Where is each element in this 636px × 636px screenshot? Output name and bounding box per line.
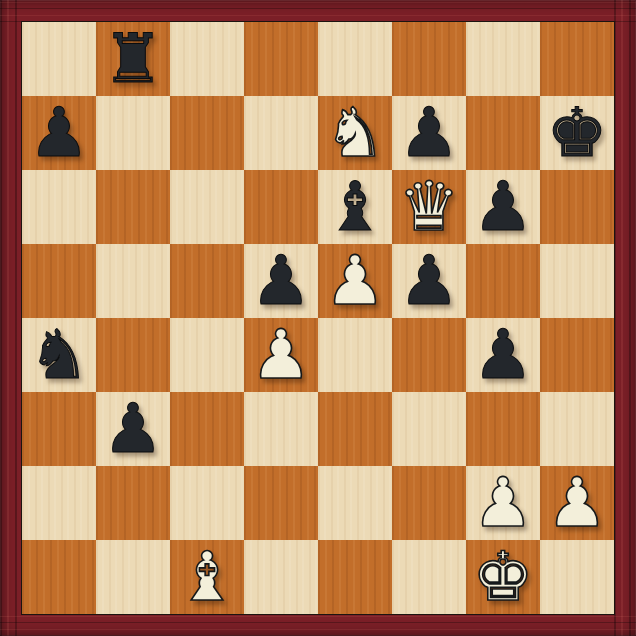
square-a1[interactable] [22,540,96,614]
square-a5[interactable] [22,244,96,318]
square-e8[interactable] [318,22,392,96]
piece-black-bishop[interactable]: ♝ [318,170,392,244]
square-e1[interactable] [318,540,392,614]
frame-top-edge [0,0,636,22]
piece-white-pawn[interactable]: ♟ [540,466,614,540]
square-c3[interactable] [170,392,244,466]
square-f7[interactable]: ♟ [392,96,466,170]
piece-white-knight[interactable]: ♞ [318,96,392,170]
square-c2[interactable] [170,466,244,540]
piece-black-pawn[interactable]: ♟ [466,170,540,244]
piece-white-queen[interactable]: ♛ [392,170,466,244]
square-b4[interactable] [96,318,170,392]
piece-white-pawn[interactable]: ♟ [466,466,540,540]
square-d5[interactable]: ♟ [244,244,318,318]
frame-left-edge [0,0,22,636]
square-b5[interactable] [96,244,170,318]
square-g8[interactable] [466,22,540,96]
square-h8[interactable] [540,22,614,96]
piece-black-rook[interactable]: ♜ [96,22,170,96]
square-h1[interactable] [540,540,614,614]
chess-board: ♜♟♞♟♚♝♛♟♟♟♟♞♟♟♟♟♟♝♚ [21,21,615,615]
square-h4[interactable] [540,318,614,392]
frame-right-edge [614,0,636,636]
square-a3[interactable] [22,392,96,466]
square-f1[interactable] [392,540,466,614]
square-h2[interactable]: ♟ [540,466,614,540]
square-g4[interactable]: ♟ [466,318,540,392]
piece-black-knight[interactable]: ♞ [22,318,96,392]
piece-white-pawn[interactable]: ♟ [318,244,392,318]
square-e6[interactable]: ♝ [318,170,392,244]
square-c6[interactable] [170,170,244,244]
square-a2[interactable] [22,466,96,540]
square-f8[interactable] [392,22,466,96]
square-b2[interactable] [96,466,170,540]
square-f2[interactable] [392,466,466,540]
frame-bottom-edge [0,614,636,636]
square-h6[interactable] [540,170,614,244]
square-d4[interactable]: ♟ [244,318,318,392]
square-e2[interactable] [318,466,392,540]
square-d7[interactable] [244,96,318,170]
square-b3[interactable]: ♟ [96,392,170,466]
square-h7[interactable]: ♚ [540,96,614,170]
square-g7[interactable] [466,96,540,170]
piece-white-bishop[interactable]: ♝ [170,540,244,614]
square-d1[interactable] [244,540,318,614]
piece-white-king[interactable]: ♚ [466,540,540,614]
square-d3[interactable] [244,392,318,466]
square-d8[interactable] [244,22,318,96]
square-e4[interactable] [318,318,392,392]
piece-white-pawn[interactable]: ♟ [244,318,318,392]
piece-black-pawn[interactable]: ♟ [22,96,96,170]
square-c4[interactable] [170,318,244,392]
square-g3[interactable] [466,392,540,466]
square-a4[interactable]: ♞ [22,318,96,392]
piece-black-pawn[interactable]: ♟ [466,318,540,392]
square-c7[interactable] [170,96,244,170]
square-b7[interactable] [96,96,170,170]
square-h3[interactable] [540,392,614,466]
square-g2[interactable]: ♟ [466,466,540,540]
square-e7[interactable]: ♞ [318,96,392,170]
piece-black-pawn[interactable]: ♟ [392,244,466,318]
square-e3[interactable] [318,392,392,466]
piece-black-pawn[interactable]: ♟ [244,244,318,318]
square-c1[interactable]: ♝ [170,540,244,614]
square-h5[interactable] [540,244,614,318]
piece-black-pawn[interactable]: ♟ [392,96,466,170]
square-d6[interactable] [244,170,318,244]
square-a8[interactable] [22,22,96,96]
square-e5[interactable]: ♟ [318,244,392,318]
square-f5[interactable]: ♟ [392,244,466,318]
square-b6[interactable] [96,170,170,244]
square-a6[interactable] [22,170,96,244]
square-g1[interactable]: ♚ [466,540,540,614]
square-g5[interactable] [466,244,540,318]
square-c8[interactable] [170,22,244,96]
square-d2[interactable] [244,466,318,540]
square-f6[interactable]: ♛ [392,170,466,244]
square-b8[interactable]: ♜ [96,22,170,96]
square-f3[interactable] [392,392,466,466]
chess-board-window: 87654321 ♜♟♞♟♚♝♛♟♟♟♟♞♟♟♟♟♟♝♚ ABCDEFGH [0,0,636,636]
piece-black-king[interactable]: ♚ [540,96,614,170]
square-c5[interactable] [170,244,244,318]
square-f4[interactable] [392,318,466,392]
square-g6[interactable]: ♟ [466,170,540,244]
square-a7[interactable]: ♟ [22,96,96,170]
square-b1[interactable] [96,540,170,614]
piece-black-pawn[interactable]: ♟ [96,392,170,466]
